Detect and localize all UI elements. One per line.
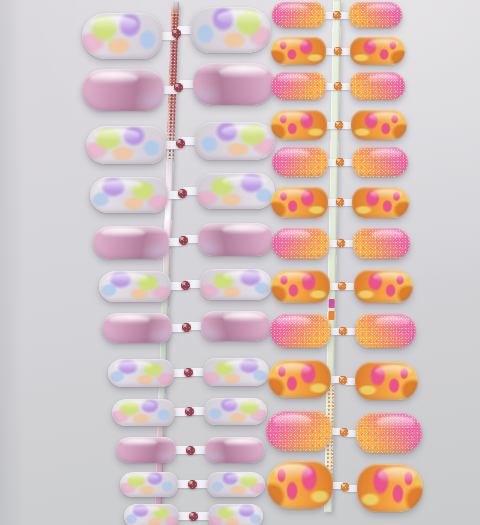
nail-right-row11-left xyxy=(266,411,332,451)
nail-left-row7-left xyxy=(102,313,172,343)
nail-left-row6-right xyxy=(200,269,272,300)
nail-left-row5-right xyxy=(198,223,274,256)
nail-left-row1-right xyxy=(191,7,271,53)
flower-bead xyxy=(174,83,183,92)
nail-left-row12-right xyxy=(208,504,263,525)
flower-bead xyxy=(338,282,346,290)
nail-left-row4-left xyxy=(90,177,168,213)
stick-bead-mark xyxy=(329,299,335,308)
flower-bead xyxy=(186,446,195,455)
nail-left-row6-left xyxy=(99,271,171,302)
nail-right-row4-right xyxy=(351,110,407,140)
nail-left-row3-left xyxy=(86,126,166,164)
nail-left-row12-left xyxy=(124,504,179,525)
nail-right-row6-left xyxy=(271,187,328,218)
nail-left-row5-left xyxy=(93,226,169,259)
nail-left-row2-right xyxy=(193,63,275,105)
nail-right-row8-left xyxy=(271,270,330,303)
nail-right-row9-left xyxy=(270,314,331,348)
nail-left-row11-right xyxy=(207,472,265,497)
nail-left-row3-right xyxy=(195,122,275,160)
nail-right-row2-left xyxy=(271,37,326,65)
nail-right-row7-left xyxy=(272,228,329,259)
nail-left-row8-right xyxy=(203,358,269,386)
nail-right-row3-left xyxy=(271,72,326,100)
nail-right-row4-left xyxy=(271,110,327,140)
nail-left-row9-right xyxy=(204,398,267,425)
nail-left-row8-left xyxy=(108,359,174,387)
nail-left-row11-left xyxy=(120,472,178,497)
nail-right-row1-left xyxy=(272,2,325,28)
flower-bead xyxy=(334,47,342,55)
flower-bead xyxy=(179,236,188,245)
flower-bead xyxy=(178,189,187,198)
nail-left-row1-left xyxy=(82,13,162,59)
flower-bead xyxy=(172,29,181,38)
nail-right-row3-right xyxy=(350,72,405,100)
flower-bead xyxy=(341,483,349,491)
nail-left-row10-right xyxy=(205,437,265,463)
flower-bead xyxy=(184,368,193,377)
nail-right-row5-left xyxy=(272,147,328,177)
nail-right-row5-right xyxy=(352,147,408,177)
nail-left-row10-left xyxy=(116,437,176,463)
nail-left-row7-right xyxy=(201,311,271,341)
flower-bead xyxy=(176,139,185,148)
flower-bead xyxy=(336,158,344,166)
nail-right-row6-right xyxy=(352,187,409,218)
photo-canvas xyxy=(0,0,480,525)
nail-right-row1-right xyxy=(349,2,402,28)
flower-bead xyxy=(182,323,191,332)
nail-right-row8-right xyxy=(354,270,413,303)
nail-right-row12-left xyxy=(267,461,333,509)
nail-right-row9-right xyxy=(355,314,416,348)
nail-right-row10-left xyxy=(268,360,331,398)
stick-bead-mark xyxy=(329,311,335,320)
flower-bead xyxy=(188,480,197,489)
flower-bead xyxy=(189,512,198,521)
flower-bead xyxy=(339,327,347,335)
nail-right-row7-right xyxy=(353,228,410,259)
nail-left-row9-left xyxy=(112,399,175,426)
flower-bead xyxy=(181,281,190,290)
nail-left-row2-left xyxy=(82,69,164,111)
nail-left-row4-right xyxy=(197,173,275,209)
nail-right-row11-right xyxy=(356,413,422,453)
nail-right-row12-right xyxy=(357,464,423,512)
nail-right-row10-right xyxy=(355,362,418,400)
nail-right-row2-right xyxy=(350,37,405,65)
